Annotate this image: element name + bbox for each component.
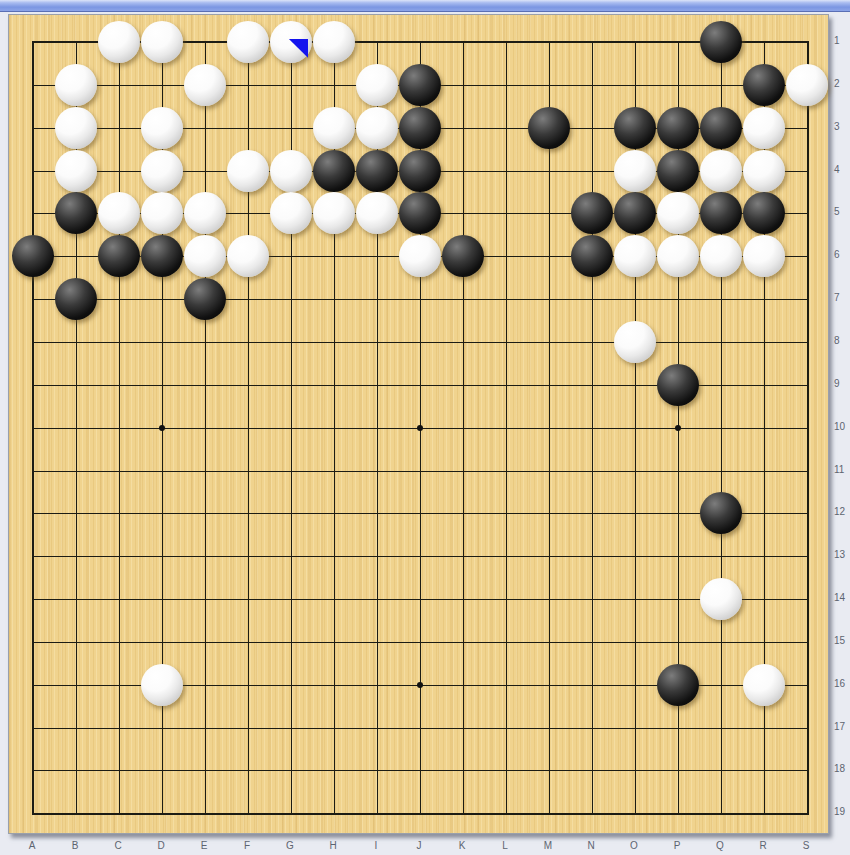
white-stone (700, 578, 742, 620)
row-label: 4 (834, 165, 850, 175)
column-label: I (369, 841, 383, 851)
star-point (417, 682, 423, 688)
black-stone (700, 107, 742, 149)
row-label: 9 (834, 379, 850, 389)
column-label: K (455, 841, 469, 851)
black-stone (657, 664, 699, 706)
row-label: 17 (834, 722, 850, 732)
white-stone (786, 64, 828, 106)
row-label: 3 (834, 122, 850, 132)
column-label: J (412, 841, 426, 851)
black-stone (98, 235, 140, 277)
black-stone (657, 150, 699, 192)
column-label: N (584, 841, 598, 851)
white-stone (55, 150, 97, 192)
column-label: H (326, 841, 340, 851)
row-label: 11 (834, 465, 850, 475)
column-label: M (541, 841, 555, 851)
column-label: R (756, 841, 770, 851)
row-label: 6 (834, 250, 850, 260)
white-stone (743, 107, 785, 149)
white-stone (270, 21, 312, 63)
window-titlebar[interactable] (0, 0, 850, 12)
white-stone (657, 235, 699, 277)
column-label: S (799, 841, 813, 851)
row-label: 1 (834, 36, 850, 46)
row-label: 14 (834, 593, 850, 603)
white-stone (700, 150, 742, 192)
white-stone (614, 321, 656, 363)
white-stone (614, 150, 656, 192)
black-stone (571, 235, 613, 277)
row-label: 12 (834, 507, 850, 517)
black-stone (528, 107, 570, 149)
column-label: C (111, 841, 125, 851)
black-stone (313, 150, 355, 192)
column-label: P (670, 841, 684, 851)
white-stone (141, 150, 183, 192)
white-stone (184, 64, 226, 106)
row-label: 5 (834, 207, 850, 217)
black-stone (399, 64, 441, 106)
white-stone (184, 235, 226, 277)
black-stone (700, 21, 742, 63)
black-stone (442, 235, 484, 277)
star-point (159, 425, 165, 431)
black-stone (55, 278, 97, 320)
black-stone (356, 150, 398, 192)
white-stone (313, 21, 355, 63)
column-label: B (68, 841, 82, 851)
white-stone (313, 107, 355, 149)
black-stone (614, 107, 656, 149)
white-stone (141, 664, 183, 706)
black-stone (184, 278, 226, 320)
column-label: O (627, 841, 641, 851)
white-stone (227, 21, 269, 63)
column-label: G (283, 841, 297, 851)
white-stone (399, 235, 441, 277)
column-label: D (154, 841, 168, 851)
white-stone (743, 664, 785, 706)
row-label: 15 (834, 636, 850, 646)
column-label: E (197, 841, 211, 851)
go-board[interactable] (8, 14, 829, 834)
black-stone (399, 107, 441, 149)
column-label: F (240, 841, 254, 851)
white-stone (270, 150, 312, 192)
row-label: 2 (834, 79, 850, 89)
row-label: 8 (834, 336, 850, 346)
go-app-window: ABCDEFGHIJKLMNOPQRS123456789101112131415… (0, 0, 850, 855)
star-point (675, 425, 681, 431)
column-label: Q (713, 841, 727, 851)
white-stone (227, 235, 269, 277)
white-stone (227, 150, 269, 192)
white-stone (700, 235, 742, 277)
white-stone (743, 235, 785, 277)
black-stone (657, 107, 699, 149)
white-stone (55, 107, 97, 149)
black-stone (743, 64, 785, 106)
last-move-marker-icon (289, 39, 308, 58)
star-point (417, 425, 423, 431)
row-label: 7 (834, 293, 850, 303)
white-stone (356, 107, 398, 149)
column-label: A (25, 841, 39, 851)
white-stone (55, 64, 97, 106)
white-stone (743, 150, 785, 192)
white-stone (141, 21, 183, 63)
row-label: 13 (834, 550, 850, 560)
white-stone (356, 64, 398, 106)
column-label: L (498, 841, 512, 851)
white-stone (141, 107, 183, 149)
row-label: 16 (834, 679, 850, 689)
row-label: 18 (834, 764, 850, 774)
black-stone (399, 150, 441, 192)
black-stone (12, 235, 54, 277)
row-label: 10 (834, 422, 850, 432)
black-stone (657, 364, 699, 406)
white-stone (98, 21, 140, 63)
black-stone (141, 235, 183, 277)
row-label: 19 (834, 807, 850, 817)
white-stone (614, 235, 656, 277)
